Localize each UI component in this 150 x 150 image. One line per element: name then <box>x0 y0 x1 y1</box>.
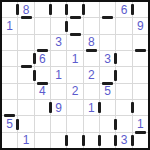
cell-r7c6[interactable]: 1 <box>84 100 99 115</box>
cell-r2c8[interactable] <box>116 18 131 33</box>
cell-r5c8[interactable] <box>116 67 131 82</box>
consecutive-bar-v-r5c7 <box>114 70 117 81</box>
consecutive-bar-v-r5c2 <box>33 70 36 81</box>
cell-r7c5[interactable] <box>67 100 82 115</box>
cell-r5c3[interactable] <box>35 67 50 82</box>
puzzle-grid: 86193861312425915113 <box>0 0 150 150</box>
cell-r5c7[interactable] <box>100 67 115 82</box>
cell-r5c5[interactable] <box>67 67 82 82</box>
cell-r1c7[interactable] <box>100 2 115 17</box>
cell-r2c1[interactable]: 1 <box>2 18 17 33</box>
cell-r4c6[interactable] <box>84 51 99 66</box>
cell-r4c8[interactable] <box>116 51 131 66</box>
consecutive-bar-v-r9c8 <box>131 135 134 146</box>
cell-r6c8[interactable] <box>116 84 131 99</box>
cell-r9c3[interactable] <box>35 133 50 148</box>
consecutive-bar-v-r4c2 <box>33 53 36 64</box>
cell-r2c7[interactable] <box>100 18 115 33</box>
cell-r2c4[interactable] <box>51 18 66 33</box>
cell-r5c6[interactable]: 2 <box>84 67 99 82</box>
consecutive-bar-v-r8c1 <box>16 119 19 130</box>
consecutive-bar-v-r7c6 <box>98 102 101 113</box>
consecutive-bar-h-r5c3 <box>37 82 48 85</box>
puzzle-board: 86193861312425915113 <box>0 0 150 150</box>
cell-r4c9[interactable] <box>133 51 148 66</box>
cell-r1c2[interactable]: 8 <box>18 2 33 17</box>
consecutive-bar-h-r5c7 <box>102 82 113 85</box>
cell-r9c7[interactable] <box>100 133 115 148</box>
consecutive-bar-h-r3c9 <box>135 49 146 52</box>
consecutive-bar-v-r2c4 <box>65 21 68 32</box>
cell-r8c5[interactable] <box>67 116 82 131</box>
cell-r3c8[interactable] <box>116 35 131 50</box>
consecutive-bar-h-r2c5 <box>70 33 81 36</box>
consecutive-bar-v-r9c7 <box>114 135 117 146</box>
cell-r6c2[interactable] <box>18 84 33 99</box>
cell-r8c3[interactable] <box>35 116 50 131</box>
cell-r2c3[interactable] <box>35 18 50 33</box>
consecutive-bar-v-r7c3 <box>49 102 52 113</box>
cell-r1c1[interactable] <box>2 2 17 17</box>
consecutive-bar-h-r8c9 <box>135 131 146 134</box>
consecutive-bar-v-r9c4 <box>65 135 68 146</box>
consecutive-bar-v-r7c8 <box>131 102 134 113</box>
consecutive-bar-v-r9c5 <box>82 135 85 146</box>
consecutive-bar-v-r4c7 <box>114 53 117 64</box>
cell-r3c6[interactable]: 8 <box>84 35 99 50</box>
consecutive-bar-h-r3c6 <box>86 49 97 52</box>
cell-r1c4[interactable] <box>51 2 66 17</box>
cell-r9c4[interactable] <box>51 133 66 148</box>
cell-r4c7[interactable]: 3 <box>100 51 115 66</box>
consecutive-bar-h-r4c2 <box>21 65 32 68</box>
cell-r9c5[interactable] <box>67 133 82 148</box>
cell-r7c9[interactable] <box>133 100 148 115</box>
consecutive-bar-h-r3c3 <box>37 49 48 52</box>
cell-r6c9[interactable] <box>133 84 148 99</box>
cell-r4c4[interactable] <box>51 51 66 66</box>
consecutive-bar-v-r8c7 <box>114 119 117 130</box>
cell-r1c8[interactable]: 6 <box>116 2 131 17</box>
consecutive-bar-h-r1c5 <box>70 16 81 19</box>
consecutive-bar-v-r1c4 <box>65 4 68 15</box>
cell-r3c5[interactable] <box>67 35 82 50</box>
cell-r6c4[interactable] <box>51 84 66 99</box>
cell-r3c9[interactable] <box>133 35 148 50</box>
cell-r7c7[interactable] <box>100 100 115 115</box>
consecutive-bar-v-r1c8 <box>131 4 134 15</box>
cell-r1c3[interactable] <box>35 2 50 17</box>
cell-r7c2[interactable] <box>18 100 33 115</box>
cell-r9c2[interactable]: 1 <box>18 133 33 148</box>
consecutive-bar-h-r1c7 <box>102 16 113 19</box>
cell-r3c7[interactable] <box>100 35 115 50</box>
cell-r8c2[interactable] <box>18 116 33 131</box>
cell-r5c1[interactable] <box>2 67 17 82</box>
cell-r9c6[interactable] <box>84 133 99 148</box>
consecutive-bar-h-r7c1 <box>4 114 15 117</box>
cell-r2c9[interactable]: 9 <box>133 18 148 33</box>
consecutive-bar-v-r1c5 <box>82 4 85 15</box>
consecutive-bar-v-r1c1 <box>16 4 19 15</box>
cell-r9c9[interactable] <box>133 133 148 148</box>
cell-r3c3[interactable] <box>35 35 50 50</box>
cell-r7c8[interactable] <box>116 100 131 115</box>
cell-r2c5[interactable] <box>67 18 82 33</box>
cell-r3c2[interactable] <box>18 35 33 50</box>
cell-r1c5[interactable] <box>67 2 82 17</box>
cell-r4c5[interactable]: 1 <box>67 51 82 66</box>
cell-r8c8[interactable] <box>116 116 131 131</box>
cell-r6c6[interactable] <box>84 84 99 99</box>
cell-r9c1[interactable] <box>2 133 17 148</box>
cell-r6c3[interactable]: 4 <box>35 84 50 99</box>
cell-r3c1[interactable] <box>2 35 17 50</box>
cell-r8c1[interactable]: 5 <box>2 116 17 131</box>
cell-r4c3[interactable]: 6 <box>35 51 50 66</box>
cell-r2c2[interactable] <box>18 18 33 33</box>
cell-r5c4[interactable]: 1 <box>51 67 66 82</box>
cell-r7c3[interactable] <box>35 100 50 115</box>
cell-r6c1[interactable] <box>2 84 17 99</box>
cell-r6c5[interactable]: 2 <box>67 84 82 99</box>
consecutive-bar-v-r9c6 <box>98 135 101 146</box>
cell-r5c9[interactable] <box>133 67 148 82</box>
cell-r7c1[interactable] <box>2 100 17 115</box>
cell-r1c6[interactable] <box>84 2 99 17</box>
cell-r4c1[interactable] <box>2 51 17 66</box>
cell-r7c4[interactable]: 9 <box>51 100 66 115</box>
cell-r4c2[interactable] <box>18 51 33 66</box>
cell-r8c7[interactable] <box>100 116 115 131</box>
consecutive-bar-h-r1c2 <box>21 16 32 19</box>
cell-r9c8[interactable]: 3 <box>116 133 131 148</box>
consecutive-bar-v-r1c3 <box>49 4 52 15</box>
cell-r8c4[interactable] <box>51 116 66 131</box>
cell-r5c2[interactable] <box>18 67 33 82</box>
cell-r1c9[interactable] <box>133 2 148 17</box>
cell-r2c6[interactable] <box>84 18 99 33</box>
cell-r6c7[interactable]: 5 <box>100 84 115 99</box>
cell-r8c6[interactable] <box>84 116 99 131</box>
cell-r3c4[interactable]: 3 <box>51 35 66 50</box>
cell-r8c9[interactable]: 1 <box>133 116 148 131</box>
